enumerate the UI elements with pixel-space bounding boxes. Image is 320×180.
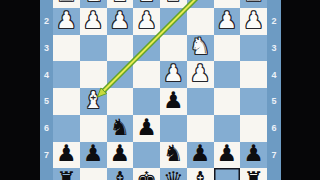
board-square-d4[interactable]: ♟ (160, 61, 187, 88)
rank-label-7: 7 (268, 149, 281, 161)
black-p-piece-h7[interactable]: ♟ (56, 142, 77, 165)
chess-board: ♜♞♝♚♛♜♟♟♟♟♟♟♞♟♟♝♟♞♟♟♟♟♞♟♟♟♜♝♚♛♝♜ 234567 … (40, 0, 281, 180)
board-square-g2[interactable]: ♟ (80, 8, 107, 35)
board-square-f8[interactable]: ♝ (107, 168, 134, 180)
board-square-g8[interactable] (80, 168, 107, 180)
board-square-b8[interactable] (214, 168, 241, 180)
board-square-h5[interactable] (53, 88, 80, 115)
board-square-a7[interactable]: ♟ (240, 142, 267, 169)
white-p-piece-b2[interactable]: ♟ (217, 9, 238, 32)
black-k-piece-e8[interactable]: ♚ (136, 169, 157, 180)
rank-label-2: 2 (268, 15, 281, 27)
board-square-d8[interactable]: ♛ (160, 168, 187, 180)
white-p-piece-g2[interactable]: ♟ (83, 9, 104, 32)
board-square-e4[interactable] (133, 61, 160, 88)
board-square-h8[interactable]: ♜ (53, 168, 80, 180)
letterbox-bar-right (281, 0, 320, 180)
board-square-a8[interactable]: ♜ (240, 168, 267, 180)
white-p-piece-a2[interactable]: ♟ (243, 9, 264, 32)
black-p-piece-g7[interactable]: ♟ (83, 142, 104, 165)
black-r-piece-a8[interactable]: ♜ (243, 169, 264, 180)
rank-label-7: 7 (40, 149, 53, 161)
board-square-c5[interactable] (187, 88, 214, 115)
black-n-piece-f6[interactable]: ♞ (110, 116, 131, 139)
board-square-h7[interactable]: ♟ (53, 142, 80, 169)
board-square-d7[interactable]: ♞ (160, 142, 187, 169)
board-square-h4[interactable] (53, 61, 80, 88)
rank-label-4: 4 (268, 69, 281, 81)
board-square-d6[interactable] (160, 115, 187, 142)
video-frame: ♜♞♝♚♛♜♟♟♟♟♟♟♞♟♟♝♟♞♟♟♟♟♞♟♟♟♜♝♚♛♝♜ 234567 … (0, 0, 320, 180)
board-square-g3[interactable] (80, 35, 107, 62)
black-b-piece-f8[interactable]: ♝ (110, 169, 131, 180)
rank-label-5: 5 (268, 95, 281, 107)
board-square-e2[interactable]: ♟ (133, 8, 160, 35)
black-p-piece-a7[interactable]: ♟ (243, 142, 264, 165)
board-square-b3[interactable] (214, 35, 241, 62)
board-square-a2[interactable]: ♟ (240, 8, 267, 35)
board-square-e3[interactable] (133, 35, 160, 62)
board-square-c1[interactable] (187, 0, 214, 8)
white-p-piece-h2[interactable]: ♟ (56, 9, 77, 32)
board-square-c7[interactable]: ♟ (187, 142, 214, 169)
board-square-e8[interactable]: ♚ (133, 168, 160, 180)
board-square-b1[interactable] (214, 0, 241, 8)
board-square-c6[interactable] (187, 115, 214, 142)
black-p-piece-b7[interactable]: ♟ (217, 142, 238, 165)
white-b-piece-g5[interactable]: ♝ (83, 89, 104, 112)
white-n-piece-c3[interactable]: ♞ (190, 35, 211, 58)
board-square-h6[interactable] (53, 115, 80, 142)
black-q-piece-d8[interactable]: ♛ (163, 169, 184, 180)
board-square-g4[interactable] (80, 61, 107, 88)
board-square-f3[interactable] (107, 35, 134, 62)
board-square-b7[interactable]: ♟ (214, 142, 241, 169)
board-square-d1[interactable]: ♛ (160, 0, 187, 8)
board-square-g7[interactable]: ♟ (80, 142, 107, 169)
white-r-piece-h1[interactable]: ♜ (56, 0, 77, 5)
board-square-a6[interactable] (240, 115, 267, 142)
board-square-h1[interactable]: ♜ (53, 0, 80, 8)
board-square-e6[interactable]: ♟ (133, 115, 160, 142)
board-square-b4[interactable] (214, 61, 241, 88)
board-square-a4[interactable] (240, 61, 267, 88)
white-k-piece-e1[interactable]: ♚ (136, 0, 157, 5)
white-q-piece-d1[interactable]: ♛ (163, 0, 184, 5)
board-square-b5[interactable] (214, 88, 241, 115)
board-square-d5[interactable]: ♟ (160, 88, 187, 115)
board-square-h2[interactable]: ♟ (53, 8, 80, 35)
board-square-c3[interactable]: ♞ (187, 35, 214, 62)
board-square-b2[interactable]: ♟ (214, 8, 241, 35)
board-square-e7[interactable] (133, 142, 160, 169)
letterbox-bar-left (0, 0, 40, 180)
board-square-a3[interactable] (240, 35, 267, 62)
black-n-piece-d7[interactable]: ♞ (163, 142, 184, 165)
rank-label-4: 4 (40, 69, 53, 81)
board-square-g5[interactable]: ♝ (80, 88, 107, 115)
board-square-d2[interactable] (160, 8, 187, 35)
board-square-d3[interactable] (160, 35, 187, 62)
black-b-piece-c8[interactable]: ♝ (190, 169, 211, 180)
rank-label-3: 3 (268, 42, 281, 54)
white-p-piece-e2[interactable]: ♟ (136, 9, 157, 32)
white-b-piece-f1[interactable]: ♝ (110, 0, 131, 5)
rank-label-6: 6 (40, 122, 53, 134)
white-p-piece-f2[interactable]: ♟ (110, 9, 131, 32)
board-square-g6[interactable] (80, 115, 107, 142)
black-r-piece-h8[interactable]: ♜ (56, 169, 77, 180)
board-square-c8[interactable]: ♝ (187, 168, 214, 180)
black-p-piece-e6[interactable]: ♟ (136, 116, 157, 139)
board-square-e1[interactable]: ♚ (133, 0, 160, 8)
board-square-e5[interactable] (133, 88, 160, 115)
board-square-f7[interactable]: ♟ (107, 142, 134, 169)
rank-label-5: 5 (40, 95, 53, 107)
board-square-g1[interactable]: ♞ (80, 0, 107, 8)
board-square-c4[interactable]: ♟ (187, 61, 214, 88)
board-square-c2[interactable] (187, 8, 214, 35)
black-p-piece-c7[interactable]: ♟ (190, 142, 211, 165)
white-p-piece-c4[interactable]: ♟ (190, 62, 211, 85)
white-p-piece-d4[interactable]: ♟ (163, 62, 184, 85)
board-square-b6[interactable] (214, 115, 241, 142)
rank-label-3: 3 (40, 42, 53, 54)
white-r-piece-a1[interactable]: ♜ (243, 0, 264, 5)
board-square-a1[interactable]: ♜ (240, 0, 267, 8)
board-grid: ♜♞♝♚♛♜♟♟♟♟♟♟♞♟♟♝♟♞♟♟♟♟♞♟♟♟♜♝♚♛♝♜ (53, 0, 267, 180)
white-n-piece-g1[interactable]: ♞ (83, 0, 104, 5)
black-p-piece-f7[interactable]: ♟ (110, 142, 131, 165)
board-square-f6[interactable]: ♞ (107, 115, 134, 142)
board-square-f1[interactable]: ♝ (107, 0, 134, 8)
board-square-a5[interactable] (240, 88, 267, 115)
black-p-piece-d5[interactable]: ♟ (163, 89, 184, 112)
board-square-f4[interactable] (107, 61, 134, 88)
board-square-f5[interactable] (107, 88, 134, 115)
board-square-f2[interactable]: ♟ (107, 8, 134, 35)
rank-label-2: 2 (40, 15, 53, 27)
board-square-h3[interactable] (53, 35, 80, 62)
rank-label-6: 6 (268, 122, 281, 134)
